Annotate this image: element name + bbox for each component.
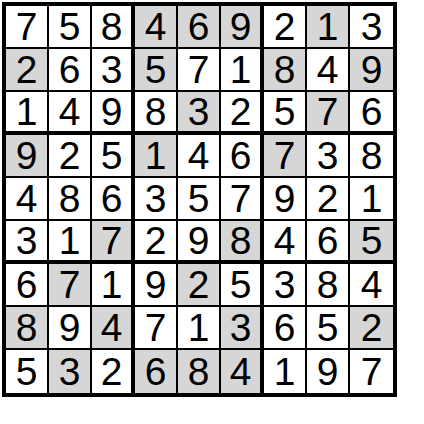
cell-r4c8[interactable]: 3 <box>307 135 350 178</box>
cell-r5c9[interactable]: 1 <box>350 178 393 221</box>
cell-r9c1[interactable]: 5 <box>6 350 49 393</box>
cell-r2c5[interactable]: 7 <box>178 49 221 92</box>
sudoku-board: 7584692132635718491498325769251467384863… <box>2 2 397 397</box>
cell-r8c4[interactable]: 7 <box>135 307 178 350</box>
cell-r7c3[interactable]: 1 <box>92 264 135 307</box>
cell-r6c3[interactable]: 7 <box>92 221 135 264</box>
cell-r4c7[interactable]: 7 <box>264 135 307 178</box>
cell-r7c5[interactable]: 2 <box>178 264 221 307</box>
cell-r2c8[interactable]: 4 <box>307 49 350 92</box>
cell-r5c1[interactable]: 4 <box>6 178 49 221</box>
cell-r2c9[interactable]: 9 <box>350 49 393 92</box>
cell-r9c7[interactable]: 1 <box>264 350 307 393</box>
cell-r4c3[interactable]: 5 <box>92 135 135 178</box>
cell-r6c5[interactable]: 9 <box>178 221 221 264</box>
cell-r6c6[interactable]: 8 <box>221 221 264 264</box>
cell-r7c8[interactable]: 8 <box>307 264 350 307</box>
cell-r6c7[interactable]: 4 <box>264 221 307 264</box>
sudoku-page: 7584692132635718491498325769251467384863… <box>0 0 424 424</box>
cell-r8c3[interactable]: 4 <box>92 307 135 350</box>
cell-r2c6[interactable]: 1 <box>221 49 264 92</box>
cell-r9c4[interactable]: 6 <box>135 350 178 393</box>
cell-r7c1[interactable]: 6 <box>6 264 49 307</box>
cell-r4c1[interactable]: 9 <box>6 135 49 178</box>
cell-r2c1[interactable]: 2 <box>6 49 49 92</box>
cell-r1c3[interactable]: 8 <box>92 6 135 49</box>
cell-r6c1[interactable]: 3 <box>6 221 49 264</box>
cell-r4c2[interactable]: 2 <box>49 135 92 178</box>
cell-r4c5[interactable]: 4 <box>178 135 221 178</box>
cell-r9c5[interactable]: 8 <box>178 350 221 393</box>
cell-r8c7[interactable]: 6 <box>264 307 307 350</box>
cell-r2c4[interactable]: 5 <box>135 49 178 92</box>
cell-r5c4[interactable]: 3 <box>135 178 178 221</box>
cell-r9c2[interactable]: 3 <box>49 350 92 393</box>
cell-r4c9[interactable]: 8 <box>350 135 393 178</box>
cell-r3c4[interactable]: 8 <box>135 92 178 135</box>
cell-r9c3[interactable]: 2 <box>92 350 135 393</box>
cell-r3c3[interactable]: 9 <box>92 92 135 135</box>
cell-r2c2[interactable]: 6 <box>49 49 92 92</box>
cell-r3c9[interactable]: 6 <box>350 92 393 135</box>
cell-r1c4[interactable]: 4 <box>135 6 178 49</box>
cell-r3c7[interactable]: 5 <box>264 92 307 135</box>
cell-r5c2[interactable]: 8 <box>49 178 92 221</box>
cell-r6c2[interactable]: 1 <box>49 221 92 264</box>
cell-r6c4[interactable]: 2 <box>135 221 178 264</box>
cell-r1c1[interactable]: 7 <box>6 6 49 49</box>
cell-r7c9[interactable]: 4 <box>350 264 393 307</box>
cell-r8c6[interactable]: 3 <box>221 307 264 350</box>
cell-r6c9[interactable]: 5 <box>350 221 393 264</box>
cell-r9c6[interactable]: 4 <box>221 350 264 393</box>
cell-r7c4[interactable]: 9 <box>135 264 178 307</box>
cell-r1c2[interactable]: 5 <box>49 6 92 49</box>
cell-r7c7[interactable]: 3 <box>264 264 307 307</box>
cell-r2c7[interactable]: 8 <box>264 49 307 92</box>
cell-r7c6[interactable]: 5 <box>221 264 264 307</box>
cell-r1c5[interactable]: 6 <box>178 6 221 49</box>
cell-r9c9[interactable]: 7 <box>350 350 393 393</box>
cell-r4c6[interactable]: 6 <box>221 135 264 178</box>
cell-r6c8[interactable]: 6 <box>307 221 350 264</box>
cell-r3c2[interactable]: 4 <box>49 92 92 135</box>
cell-r8c2[interactable]: 9 <box>49 307 92 350</box>
cell-r1c8[interactable]: 1 <box>307 6 350 49</box>
cell-r1c9[interactable]: 3 <box>350 6 393 49</box>
cell-r1c6[interactable]: 9 <box>221 6 264 49</box>
cell-r8c5[interactable]: 1 <box>178 307 221 350</box>
cell-r7c2[interactable]: 7 <box>49 264 92 307</box>
cell-r5c7[interactable]: 9 <box>264 178 307 221</box>
cell-r8c8[interactable]: 5 <box>307 307 350 350</box>
cell-r3c5[interactable]: 3 <box>178 92 221 135</box>
cell-r1c7[interactable]: 2 <box>264 6 307 49</box>
cell-r5c5[interactable]: 5 <box>178 178 221 221</box>
cell-r2c3[interactable]: 3 <box>92 49 135 92</box>
cell-r3c8[interactable]: 7 <box>307 92 350 135</box>
cell-r3c1[interactable]: 1 <box>6 92 49 135</box>
cell-r8c1[interactable]: 8 <box>6 307 49 350</box>
cell-r3c6[interactable]: 2 <box>221 92 264 135</box>
cell-r5c8[interactable]: 2 <box>307 178 350 221</box>
cell-r8c9[interactable]: 2 <box>350 307 393 350</box>
cell-r5c6[interactable]: 7 <box>221 178 264 221</box>
cell-r9c8[interactable]: 9 <box>307 350 350 393</box>
cell-r5c3[interactable]: 6 <box>92 178 135 221</box>
cell-r4c4[interactable]: 1 <box>135 135 178 178</box>
